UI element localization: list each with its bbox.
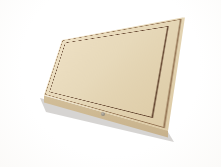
photo-background — [0, 0, 221, 167]
